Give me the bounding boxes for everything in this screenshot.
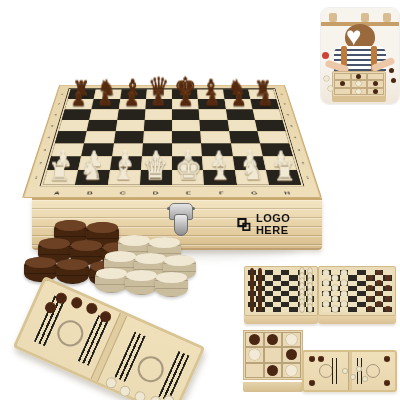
ttt-piece-white bbox=[286, 365, 297, 376]
ttt-cell bbox=[367, 80, 384, 87]
chess-piece-q: ♛ bbox=[142, 155, 169, 185]
board-square: ♟ bbox=[198, 99, 226, 109]
chess-piece-p: ♟ bbox=[53, 149, 72, 170]
mini-chess-piece-dark bbox=[250, 304, 254, 312]
sling-puck-board bbox=[13, 276, 206, 400]
board-square: ♟ bbox=[250, 99, 279, 109]
board-square bbox=[144, 120, 172, 131]
ttt-cell bbox=[264, 332, 283, 347]
ttt-cell bbox=[282, 332, 301, 347]
ttt-piece-brown bbox=[267, 334, 278, 345]
file-label: B bbox=[73, 190, 107, 195]
board-square bbox=[58, 120, 89, 131]
sling-puck-dark bbox=[384, 356, 390, 362]
mini-square bbox=[340, 307, 349, 312]
board-square bbox=[172, 143, 202, 156]
logo-area: LOGO HERE bbox=[236, 212, 322, 236]
sling-puck-light bbox=[356, 366, 362, 372]
sling-puck-dark bbox=[318, 356, 324, 362]
sling-mode-inset bbox=[302, 350, 397, 392]
mini-square bbox=[256, 307, 264, 312]
ttt-cell bbox=[282, 347, 301, 362]
board-square: ♜ bbox=[68, 89, 96, 99]
board-square bbox=[172, 109, 200, 120]
rank-label: 8 bbox=[57, 89, 68, 99]
mini-square bbox=[366, 307, 375, 312]
sling-lines bbox=[158, 351, 189, 400]
chess-piece-p: ♟ bbox=[116, 149, 135, 170]
mini-checker-white bbox=[332, 306, 338, 312]
sling-puck-light bbox=[350, 374, 356, 380]
shelf-toy bbox=[383, 13, 391, 22]
rank-label: 4 bbox=[289, 131, 301, 143]
ttt-cell bbox=[367, 73, 384, 80]
board-square bbox=[117, 109, 145, 120]
ttt-cell bbox=[264, 363, 283, 378]
rank-label: 3 bbox=[293, 143, 306, 156]
chess-piece-r: ♜ bbox=[254, 79, 272, 99]
mini-square bbox=[331, 307, 340, 312]
board-square bbox=[84, 131, 115, 143]
sling-puck-dark bbox=[384, 380, 390, 386]
board-square bbox=[255, 120, 286, 131]
ttt-cell bbox=[245, 347, 264, 362]
sling-puck-dark bbox=[85, 301, 100, 316]
mini-chess-piece-light bbox=[308, 304, 312, 312]
board-square bbox=[113, 131, 143, 143]
chess-piece-k: ♚ bbox=[174, 74, 196, 99]
file-label: F bbox=[205, 190, 238, 195]
chess-board: ♜♞♝♛♚♝♞♜♟♟♟♟♟♟♟♟♟♟♟♟♟♟♟♟♜♞♝♛♚♝♞♜ ABCDEFG… bbox=[22, 85, 322, 198]
board-square: ♝ bbox=[203, 170, 236, 185]
chess-piece-k: ♚ bbox=[174, 154, 202, 185]
sling-puck-dark bbox=[309, 380, 315, 386]
board-square: ♟ bbox=[263, 156, 297, 170]
mini-square bbox=[281, 307, 289, 312]
board-square bbox=[200, 120, 229, 131]
tictactoe-mode-inset bbox=[243, 330, 303, 392]
mini-square bbox=[348, 307, 357, 312]
board-square: ♞ bbox=[94, 89, 121, 99]
chess-piece-n: ♞ bbox=[228, 78, 247, 99]
ttt-cell bbox=[367, 88, 384, 95]
clasp-hasp bbox=[174, 214, 188, 236]
ttt-cell bbox=[264, 347, 283, 362]
ttt-piece-brown bbox=[340, 81, 345, 86]
ttt-piece-brown bbox=[356, 74, 361, 79]
rank-label: 7 bbox=[279, 99, 290, 109]
chess-piece-n: ♞ bbox=[97, 78, 116, 99]
mini-chess-piece-light bbox=[300, 304, 304, 312]
logo-mark-icon bbox=[236, 216, 252, 233]
file-label: D bbox=[139, 190, 172, 195]
rank-label: 6 bbox=[50, 109, 62, 120]
ttt-piece-brown bbox=[249, 334, 260, 345]
board-square: ♛ bbox=[140, 170, 172, 185]
rank-label: 1 bbox=[29, 170, 43, 185]
ttt-piece-white bbox=[249, 349, 260, 360]
shelf-toy bbox=[329, 13, 337, 22]
board-square: ♝ bbox=[107, 170, 140, 185]
ttt-cell bbox=[351, 73, 368, 80]
board-square: ♟ bbox=[224, 99, 252, 109]
mini-square bbox=[383, 307, 392, 312]
ttt-piece-brown bbox=[267, 365, 278, 376]
checker-stack-brown bbox=[56, 259, 89, 284]
mini-chess-piece-dark bbox=[258, 304, 262, 312]
red-ball bbox=[322, 52, 329, 59]
loose-piece bbox=[389, 68, 394, 73]
product-photo: ♜♞♝♛♚♝♞♜♟♟♟♟♟♟♟♟♟♟♟♟♟♟♟♟♜♞♝♛♚♝♞♜ ABCDEFG… bbox=[0, 0, 400, 400]
mini-checker-brown bbox=[367, 306, 373, 312]
rank-label: 5 bbox=[286, 120, 298, 131]
board-square bbox=[226, 109, 255, 120]
file-label: E bbox=[172, 190, 205, 195]
rank-label: 2 bbox=[296, 156, 310, 170]
mini-square bbox=[273, 307, 281, 312]
chess-piece-p: ♟ bbox=[272, 149, 291, 170]
board-square bbox=[51, 143, 84, 156]
mini-square bbox=[375, 307, 384, 312]
ttt-piece-brown bbox=[286, 349, 297, 360]
mini-square bbox=[306, 307, 314, 312]
ttt-cell bbox=[245, 332, 264, 347]
ttt-piece-white bbox=[356, 89, 361, 94]
mini-square bbox=[289, 307, 297, 312]
board-square bbox=[227, 120, 257, 131]
board-square: ♞ bbox=[75, 170, 109, 185]
file-label: A bbox=[40, 190, 74, 195]
board-square: ♟ bbox=[65, 99, 94, 109]
board-square: ♜ bbox=[43, 170, 78, 185]
ttt-cell bbox=[245, 363, 264, 378]
loose-piece bbox=[324, 76, 329, 81]
sling-puck-light bbox=[342, 368, 348, 374]
board-square: ♟ bbox=[232, 156, 265, 170]
chess-piece-p: ♟ bbox=[241, 149, 260, 170]
board-square bbox=[142, 143, 172, 156]
ttt-cell bbox=[282, 363, 301, 378]
mini-square bbox=[322, 307, 331, 312]
checkers-mode-inset bbox=[318, 266, 396, 324]
sling-puck-light bbox=[118, 384, 133, 399]
board-square bbox=[87, 120, 117, 131]
board-square: ♟ bbox=[172, 156, 203, 170]
sling-puck-light bbox=[133, 389, 148, 400]
loose-piece bbox=[391, 78, 396, 83]
clasp-screw bbox=[167, 207, 170, 210]
board-square: ♞ bbox=[223, 89, 250, 99]
sling-center-divider bbox=[348, 352, 352, 390]
rank-label: 7 bbox=[54, 99, 65, 109]
checker-stack-brown bbox=[24, 257, 57, 282]
chess-piece-r: ♜ bbox=[72, 79, 90, 99]
chess-board-scene: ♜♞♝♛♚♝♞♜♟♟♟♟♟♟♟♟♟♟♟♟♟♟♟♟♜♞♝♛♚♝♞♜ ABCDEFG… bbox=[18, 0, 326, 202]
chess-piece-p: ♟ bbox=[178, 149, 197, 170]
sling-stamp-left bbox=[319, 364, 333, 378]
ttt-cell bbox=[351, 80, 368, 87]
board-square bbox=[89, 109, 118, 120]
board-square: ♚ bbox=[172, 170, 204, 185]
rank-label: 4 bbox=[43, 131, 55, 143]
board-square bbox=[229, 131, 260, 143]
rank-label: 1 bbox=[301, 170, 315, 185]
board-square bbox=[172, 131, 201, 143]
rank-label: 2 bbox=[34, 156, 48, 170]
chess-mode-inset bbox=[244, 266, 318, 324]
board-square: ♚ bbox=[172, 89, 198, 99]
ttt-cell bbox=[351, 88, 368, 95]
ttt-piece-white bbox=[356, 81, 361, 86]
board-square bbox=[252, 109, 282, 120]
board-square bbox=[257, 131, 289, 143]
ttt-piece-white bbox=[286, 334, 297, 345]
board-square bbox=[200, 131, 230, 143]
clasp-screw bbox=[192, 207, 195, 210]
chess-piece-b: ♝ bbox=[201, 77, 221, 99]
board-square: ♟ bbox=[145, 99, 172, 109]
file-label: G bbox=[237, 190, 271, 195]
sling-stamp-right bbox=[134, 352, 168, 386]
chess-piece-p: ♟ bbox=[85, 149, 104, 170]
board-square: ♝ bbox=[197, 89, 224, 99]
board-square bbox=[144, 109, 172, 120]
ttt-cell bbox=[334, 80, 351, 87]
child-tictactoe-box bbox=[332, 71, 386, 97]
sling-stamp-right bbox=[366, 364, 380, 378]
chess-piece-b: ♝ bbox=[123, 77, 143, 99]
sling-puck-inset-large bbox=[22, 284, 212, 396]
chess-piece-p: ♟ bbox=[210, 149, 229, 170]
board-square bbox=[55, 131, 87, 143]
chess-piece-q: ♛ bbox=[148, 75, 170, 99]
board-square: ♟ bbox=[141, 156, 172, 170]
file-label: C bbox=[106, 190, 139, 195]
board-square bbox=[199, 109, 227, 120]
sling-puck-dark bbox=[69, 296, 84, 311]
sling-lines bbox=[332, 358, 340, 384]
board-square bbox=[231, 143, 263, 156]
board-square bbox=[143, 131, 172, 143]
lifestyle-photo-inset: ♥ bbox=[321, 8, 399, 104]
board-square: ♟ bbox=[118, 99, 146, 109]
board-square bbox=[260, 143, 293, 156]
ttt-cell bbox=[334, 73, 351, 80]
mini-square bbox=[298, 307, 306, 312]
logo-placeholder-text: LOGO HERE bbox=[256, 212, 322, 236]
board-square: ♞ bbox=[234, 170, 268, 185]
loose-piece bbox=[328, 86, 333, 91]
board-square: ♟ bbox=[47, 156, 81, 170]
board-square: ♟ bbox=[92, 99, 120, 109]
shelf-toy bbox=[361, 13, 369, 22]
mini-square bbox=[265, 307, 273, 312]
mini-square bbox=[248, 307, 256, 312]
box-base bbox=[243, 382, 303, 392]
rank-label: 8 bbox=[276, 89, 287, 99]
mini-square bbox=[357, 307, 366, 312]
board-square: ♜ bbox=[248, 89, 276, 99]
box-side bbox=[332, 96, 386, 102]
rank-label: 6 bbox=[282, 109, 294, 120]
mini-checker-brown bbox=[385, 306, 391, 312]
rank-label: 5 bbox=[46, 120, 58, 131]
board-square: ♟ bbox=[78, 156, 111, 170]
sling-puck-light bbox=[362, 376, 368, 382]
rank-label: 3 bbox=[38, 143, 51, 156]
board-square bbox=[62, 109, 92, 120]
ttt-cell bbox=[334, 88, 351, 95]
file-label: H bbox=[270, 190, 304, 195]
board-square: ♟ bbox=[202, 156, 234, 170]
board-square: ♜ bbox=[266, 170, 301, 185]
board-square bbox=[172, 120, 200, 131]
board-square: ♛ bbox=[146, 89, 172, 99]
ttt-piece-brown bbox=[373, 81, 378, 86]
chess-piece-p: ♟ bbox=[147, 149, 166, 170]
ttt-piece-brown bbox=[373, 89, 378, 94]
board-square bbox=[112, 143, 143, 156]
chess-board-grid: ♜♞♝♛♚♝♞♜♟♟♟♟♟♟♟♟♟♟♟♟♟♟♟♟♜♞♝♛♚♝♞♜ bbox=[43, 89, 301, 184]
board-square bbox=[201, 143, 232, 156]
sling-stamp-left bbox=[53, 316, 87, 350]
file-labels: ABCDEFGH bbox=[40, 190, 305, 195]
board-square bbox=[81, 143, 113, 156]
board-square bbox=[115, 120, 144, 131]
board-square: ♝ bbox=[120, 89, 147, 99]
board-square: ♟ bbox=[110, 156, 142, 170]
sling-puck-dark bbox=[309, 356, 315, 362]
board-square: ♟ bbox=[172, 99, 199, 109]
